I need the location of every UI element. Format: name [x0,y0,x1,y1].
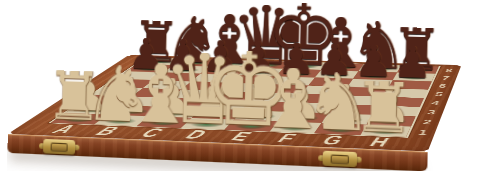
perspective-scene: ♜♞♝♛♚♝♞♜♟♟♟♟♟♟♟♟♟♟♟♟♟♟♟♟♜♞♝♛♚♝♞♜ ABCDEFG… [0,0,494,171]
rank-label: 5 [434,90,444,97]
file-label: C [134,125,168,139]
file-label: D [180,127,213,141]
file-label: E [226,129,256,144]
file-label: A [45,122,82,136]
rank-label: 1 [417,128,428,136]
rank-label: 3 [426,108,437,116]
chess-piece: ♜ [45,69,103,123]
chess-piece: ♚ [203,49,293,131]
chess-piece: ♝ [125,62,196,127]
board-square: ♝ [137,116,192,128]
rank-label: 6 [438,82,448,88]
file-label: F [273,131,300,146]
chess-piece: ♜ [353,80,416,136]
chess-set-photo: ♜♞♝♛♚♝♞♜♟♟♟♟♟♟♟♟♟♟♟♟♟♟♟♟♜♞♝♛♚♝♞♜ ABCDEFG… [0,0,494,171]
file-label: G [318,133,347,148]
file-label: H [366,134,393,149]
board-square: ♜ [51,113,107,124]
camera-tilt: ♜♞♝♛♚♝♞♜♟♟♟♟♟♟♟♟♟♟♟♟♟♟♟♟♜♞♝♛♚♝♞♜ ABCDEFG… [0,0,494,171]
chess-board: ♜♞♝♛♚♝♞♜♟♟♟♟♟♟♟♟♟♟♟♟♟♟♟♟♜♞♝♛♚♝♞♜ ABCDEFG… [8,54,462,151]
brass-clasp-left [43,138,75,154]
rank-label: 8 [444,67,453,73]
file-label: B [90,124,125,138]
rank-label: 7 [441,74,450,80]
rank-label: 2 [422,117,433,125]
board-grid: ♜♞♝♛♚♝♞♜♟♟♟♟♟♟♟♟♟♟♟♟♟♟♟♟♜♞♝♛♚♝♞♜ [51,57,439,137]
rank-label: 4 [430,99,440,106]
brass-clasp-right [322,150,357,167]
board-square: ♜ [360,124,411,136]
